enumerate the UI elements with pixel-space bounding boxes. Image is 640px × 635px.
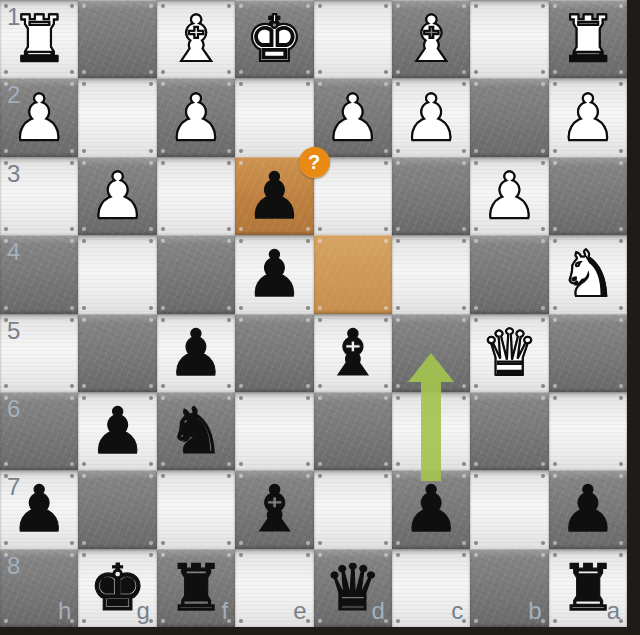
piece-white-bishop-f1[interactable]: ♝ xyxy=(157,0,235,78)
square-h8[interactable]: 8h xyxy=(0,549,78,627)
file-label-h: h xyxy=(58,597,71,625)
square-g8[interactable]: g♚ xyxy=(78,549,156,627)
square-e5[interactable] xyxy=(235,314,313,392)
piece-black-pawn-a7[interactable]: ♟ xyxy=(549,470,627,548)
square-g2[interactable] xyxy=(78,78,156,156)
square-b8[interactable]: b xyxy=(470,549,548,627)
square-c2[interactable]: ♟ xyxy=(392,78,470,156)
square-e2[interactable] xyxy=(235,78,313,156)
square-g5[interactable] xyxy=(78,314,156,392)
rank-label-4: 4 xyxy=(7,238,20,266)
square-c3[interactable] xyxy=(392,157,470,235)
square-d6[interactable] xyxy=(314,392,392,470)
piece-white-pawn-a2[interactable]: ♟ xyxy=(549,78,627,156)
square-a5[interactable] xyxy=(549,314,627,392)
square-h1[interactable]: 1♜ xyxy=(0,0,78,78)
square-c4[interactable] xyxy=(392,235,470,313)
square-b7[interactable] xyxy=(470,470,548,548)
square-d5[interactable]: ♝ xyxy=(314,314,392,392)
rank-label-5: 5 xyxy=(7,317,20,345)
square-e7[interactable]: ♝ xyxy=(235,470,313,548)
piece-white-queen-b5[interactable]: ♛ xyxy=(470,314,548,392)
square-f6[interactable]: ♞ xyxy=(157,392,235,470)
square-c6[interactable] xyxy=(392,392,470,470)
square-b6[interactable] xyxy=(470,392,548,470)
piece-white-pawn-c2[interactable]: ♟ xyxy=(392,78,470,156)
piece-black-queen-d8[interactable]: ♛ xyxy=(314,549,392,627)
file-label-b: b xyxy=(528,597,541,625)
square-e3[interactable]: ♟? xyxy=(235,157,313,235)
square-g1[interactable] xyxy=(78,0,156,78)
square-f3[interactable] xyxy=(157,157,235,235)
piece-white-rook-a1[interactable]: ♜ xyxy=(549,0,627,78)
square-h2[interactable]: 2♟ xyxy=(0,78,78,156)
square-d8[interactable]: d♛ xyxy=(314,549,392,627)
piece-white-knight-a4[interactable]: ♞ xyxy=(549,235,627,313)
square-f7[interactable] xyxy=(157,470,235,548)
square-a4[interactable]: ♞ xyxy=(549,235,627,313)
piece-black-bishop-e7[interactable]: ♝ xyxy=(235,470,313,548)
piece-black-pawn-e4[interactable]: ♟ xyxy=(235,235,313,313)
square-c7[interactable]: ♟ xyxy=(392,470,470,548)
square-h6[interactable]: 6 xyxy=(0,392,78,470)
rank-label-3: 3 xyxy=(7,160,20,188)
square-e1[interactable]: ♚ xyxy=(235,0,313,78)
square-h3[interactable]: 3 xyxy=(0,157,78,235)
file-label-c: c xyxy=(451,597,463,625)
square-c8[interactable]: c xyxy=(392,549,470,627)
piece-white-pawn-g3[interactable]: ♟ xyxy=(78,157,156,235)
square-h7[interactable]: 7♟ xyxy=(0,470,78,548)
rank-label-8: 8 xyxy=(7,552,20,580)
square-c5[interactable] xyxy=(392,314,470,392)
square-b1[interactable] xyxy=(470,0,548,78)
square-f8[interactable]: f♜ xyxy=(157,549,235,627)
piece-white-pawn-f2[interactable]: ♟ xyxy=(157,78,235,156)
piece-white-bishop-c1[interactable]: ♝ xyxy=(392,0,470,78)
piece-white-pawn-b3[interactable]: ♟ xyxy=(470,157,548,235)
square-a3[interactable] xyxy=(549,157,627,235)
square-e4[interactable]: ♟ xyxy=(235,235,313,313)
piece-black-pawn-g6[interactable]: ♟ xyxy=(78,392,156,470)
square-h5[interactable]: 5 xyxy=(0,314,78,392)
square-a1[interactable]: ♜ xyxy=(549,0,627,78)
piece-white-rook-h1[interactable]: ♜ xyxy=(0,0,78,78)
square-e8[interactable]: e xyxy=(235,549,313,627)
square-f2[interactable]: ♟ xyxy=(157,78,235,156)
square-a7[interactable]: ♟ xyxy=(549,470,627,548)
piece-black-bishop-d5[interactable]: ♝ xyxy=(314,314,392,392)
piece-black-rook-f8[interactable]: ♜ xyxy=(157,549,235,627)
chess-board: 1♜♝♚♝♜2♟♟♟♟♟3♟♟?♟4♟♞5♟♝♛6♟♞7♟♝♟♟8hg♚f♜ed… xyxy=(0,0,627,627)
piece-white-king-e1[interactable]: ♚ xyxy=(235,0,313,78)
square-a6[interactable] xyxy=(549,392,627,470)
piece-black-pawn-f5[interactable]: ♟ xyxy=(157,314,235,392)
square-h4[interactable]: 4 xyxy=(0,235,78,313)
page: { "game": "chess", "theme": "metal", "or… xyxy=(0,0,640,635)
square-g3[interactable]: ♟ xyxy=(78,157,156,235)
piece-black-rook-a8[interactable]: ♜ xyxy=(549,549,627,627)
piece-black-knight-f6[interactable]: ♞ xyxy=(157,392,235,470)
square-a8[interactable]: a♜ xyxy=(549,549,627,627)
piece-black-pawn-h7[interactable]: ♟ xyxy=(0,470,78,548)
square-d7[interactable] xyxy=(314,470,392,548)
square-b4[interactable] xyxy=(470,235,548,313)
square-c1[interactable]: ♝ xyxy=(392,0,470,78)
move-quality-badge-mistake: ? xyxy=(299,147,330,178)
piece-black-pawn-c7[interactable]: ♟ xyxy=(392,470,470,548)
square-f5[interactable]: ♟ xyxy=(157,314,235,392)
square-e6[interactable] xyxy=(235,392,313,470)
square-g6[interactable]: ♟ xyxy=(78,392,156,470)
piece-white-pawn-h2[interactable]: ♟ xyxy=(0,78,78,156)
square-a2[interactable]: ♟ xyxy=(549,78,627,156)
board-frame-bottom xyxy=(0,627,640,635)
square-f4[interactable] xyxy=(157,235,235,313)
square-d1[interactable] xyxy=(314,0,392,78)
rank-label-6: 6 xyxy=(7,395,20,423)
square-g4[interactable] xyxy=(78,235,156,313)
square-g7[interactable] xyxy=(78,470,156,548)
file-label-e: e xyxy=(293,597,306,625)
board-frame-right xyxy=(627,0,640,635)
piece-white-pawn-d2[interactable]: ♟ xyxy=(314,78,392,156)
square-d4[interactable] xyxy=(314,235,392,313)
square-b3[interactable]: ♟ xyxy=(470,157,548,235)
piece-black-king-g8[interactable]: ♚ xyxy=(78,549,156,627)
square-b2[interactable] xyxy=(470,78,548,156)
square-b5[interactable]: ♛ xyxy=(470,314,548,392)
square-f1[interactable]: ♝ xyxy=(157,0,235,78)
square-d2[interactable]: ♟ xyxy=(314,78,392,156)
